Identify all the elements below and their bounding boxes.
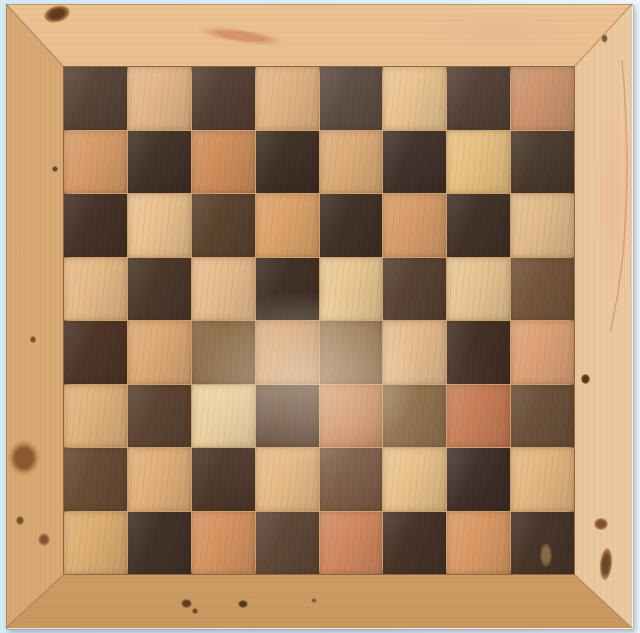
square-a5[interactable] xyxy=(64,258,127,321)
square-e7[interactable] xyxy=(320,131,383,194)
square-d3[interactable] xyxy=(256,385,319,448)
square-f2[interactable] xyxy=(383,448,446,511)
square-h4[interactable] xyxy=(511,321,574,384)
square-g8[interactable] xyxy=(447,67,510,130)
square-h2[interactable] xyxy=(511,448,574,511)
square-e6[interactable] xyxy=(320,194,383,257)
square-c6[interactable] xyxy=(192,194,255,257)
square-b7[interactable] xyxy=(128,131,191,194)
square-c8[interactable] xyxy=(192,67,255,130)
square-c1[interactable] xyxy=(192,512,255,575)
square-c7[interactable] xyxy=(192,131,255,194)
square-d1[interactable] xyxy=(256,512,319,575)
square-h6[interactable] xyxy=(511,194,574,257)
square-a6[interactable] xyxy=(64,194,127,257)
square-f5[interactable] xyxy=(383,258,446,321)
square-h1[interactable] xyxy=(511,512,574,575)
square-h3[interactable] xyxy=(511,385,574,448)
square-f1[interactable] xyxy=(383,512,446,575)
square-d2[interactable] xyxy=(256,448,319,511)
chess-board xyxy=(63,66,575,575)
square-d6[interactable] xyxy=(256,194,319,257)
square-b5[interactable] xyxy=(128,258,191,321)
square-d8[interactable] xyxy=(256,67,319,130)
square-a2[interactable] xyxy=(64,448,127,511)
square-e5[interactable] xyxy=(320,258,383,321)
square-c4[interactable] xyxy=(192,321,255,384)
square-g4[interactable] xyxy=(447,321,510,384)
square-d4[interactable] xyxy=(256,321,319,384)
square-h5[interactable] xyxy=(511,258,574,321)
square-e8[interactable] xyxy=(320,67,383,130)
square-g2[interactable] xyxy=(447,448,510,511)
square-e2[interactable] xyxy=(320,448,383,511)
square-g3[interactable] xyxy=(447,385,510,448)
square-a7[interactable] xyxy=(64,131,127,194)
square-b3[interactable] xyxy=(128,385,191,448)
board-photo xyxy=(0,0,640,633)
square-b2[interactable] xyxy=(128,448,191,511)
square-f8[interactable] xyxy=(383,67,446,130)
square-b6[interactable] xyxy=(128,194,191,257)
square-a4[interactable] xyxy=(64,321,127,384)
square-a1[interactable] xyxy=(64,512,127,575)
square-b4[interactable] xyxy=(128,321,191,384)
square-g7[interactable] xyxy=(447,131,510,194)
square-f7[interactable] xyxy=(383,131,446,194)
square-f3[interactable] xyxy=(383,385,446,448)
square-e1[interactable] xyxy=(320,512,383,575)
square-a3[interactable] xyxy=(64,385,127,448)
square-c5[interactable] xyxy=(192,258,255,321)
square-f6[interactable] xyxy=(383,194,446,257)
square-h7[interactable] xyxy=(511,131,574,194)
square-g5[interactable] xyxy=(447,258,510,321)
square-e3[interactable] xyxy=(320,385,383,448)
square-f4[interactable] xyxy=(383,321,446,384)
square-b1[interactable] xyxy=(128,512,191,575)
square-h8[interactable] xyxy=(511,67,574,130)
square-c3[interactable] xyxy=(192,385,255,448)
square-g6[interactable] xyxy=(447,194,510,257)
square-d7[interactable] xyxy=(256,131,319,194)
square-b8[interactable] xyxy=(128,67,191,130)
square-g1[interactable] xyxy=(447,512,510,575)
square-a8[interactable] xyxy=(64,67,127,130)
square-c2[interactable] xyxy=(192,448,255,511)
square-d5[interactable] xyxy=(256,258,319,321)
square-e4[interactable] xyxy=(320,321,383,384)
